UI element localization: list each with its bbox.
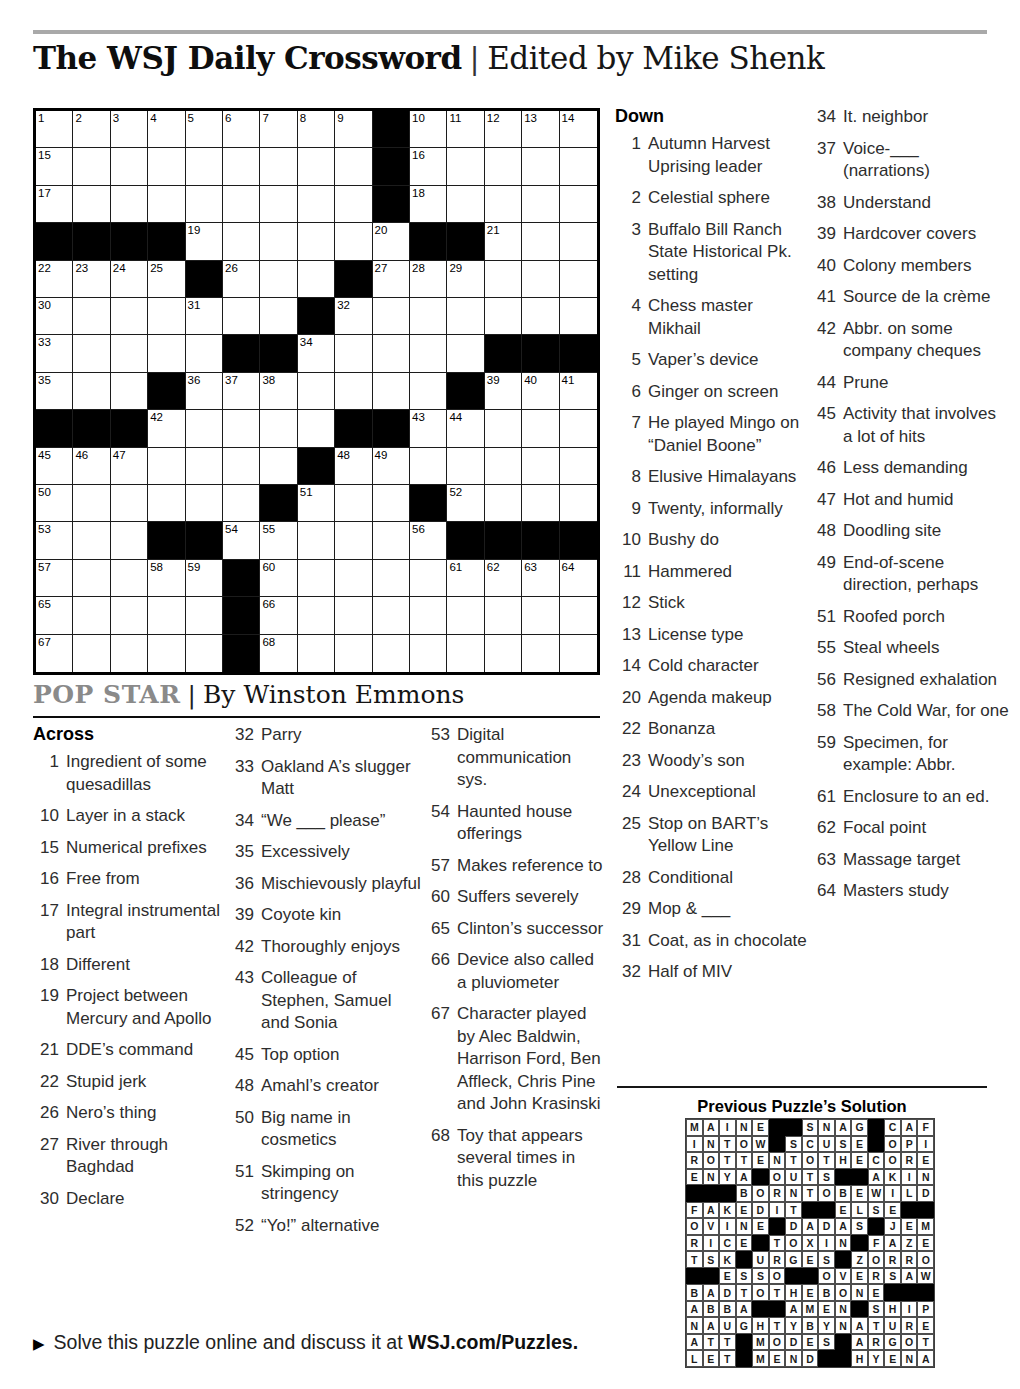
black-square bbox=[148, 373, 185, 410]
cell-number: 2 bbox=[75, 112, 81, 124]
grid-cell[interactable]: 25 bbox=[148, 261, 185, 298]
solution-letter-cell: T bbox=[719, 1334, 736, 1351]
clue-number: 62 bbox=[810, 817, 843, 840]
grid-cell[interactable]: 40 bbox=[522, 373, 559, 410]
grid-cell[interactable] bbox=[447, 635, 484, 672]
clue-number: 54 bbox=[424, 801, 457, 846]
cell-number: 35 bbox=[38, 374, 51, 386]
grid-cell[interactable] bbox=[223, 148, 260, 185]
grid-cell[interactable] bbox=[111, 635, 148, 672]
grid-cell[interactable]: 53 bbox=[36, 522, 73, 559]
grid-cell[interactable] bbox=[73, 485, 110, 522]
solution-letter-cell: O bbox=[884, 1136, 901, 1153]
grid-cell[interactable] bbox=[485, 597, 522, 634]
grid-cell[interactable]: 20 bbox=[373, 223, 410, 260]
grid-cell[interactable]: 14 bbox=[560, 111, 597, 148]
grid-cell[interactable] bbox=[223, 186, 260, 223]
grid-cell[interactable] bbox=[186, 335, 223, 372]
solution-black-square bbox=[802, 1202, 819, 1219]
grid-cell[interactable] bbox=[111, 186, 148, 223]
grid-cell[interactable]: 12 bbox=[485, 111, 522, 148]
solution-letter-cell: U bbox=[785, 1169, 802, 1186]
solution-letter-cell: B bbox=[703, 1301, 720, 1318]
solution-letter-cell: C bbox=[802, 1136, 819, 1153]
puzzle-byline: POP STAR|By Winston Emmons bbox=[33, 680, 464, 709]
solution-black-square bbox=[851, 1169, 868, 1186]
grid-cell[interactable]: 18 bbox=[410, 186, 447, 223]
grid-cell[interactable]: 68 bbox=[260, 635, 297, 672]
solution-letter-cell: X bbox=[802, 1235, 819, 1252]
black-square bbox=[148, 522, 185, 559]
grid-cell[interactable] bbox=[298, 522, 335, 559]
grid-cell[interactable] bbox=[560, 485, 597, 522]
grid-cell[interactable] bbox=[373, 522, 410, 559]
grid-cell[interactable] bbox=[260, 261, 297, 298]
grid-cell[interactable] bbox=[522, 223, 559, 260]
grid-cell[interactable]: 38 bbox=[260, 373, 297, 410]
grid-cell[interactable]: 62 bbox=[485, 560, 522, 597]
solution-letter-cell: B bbox=[736, 1185, 753, 1202]
across-heading: Across bbox=[33, 724, 226, 744]
grid-cell[interactable] bbox=[373, 560, 410, 597]
puzzle-title: POP STAR bbox=[33, 680, 181, 709]
clue-number: 52 bbox=[228, 1215, 261, 1238]
grid-cell[interactable] bbox=[223, 298, 260, 335]
grid-cell[interactable] bbox=[560, 635, 597, 672]
cell-number: 33 bbox=[38, 336, 51, 348]
cell-number: 7 bbox=[262, 112, 268, 124]
solution-letter-cell: G bbox=[851, 1119, 868, 1136]
grid-cell[interactable] bbox=[223, 223, 260, 260]
grid-cell[interactable] bbox=[522, 186, 559, 223]
solution-letter-cell: B bbox=[686, 1284, 703, 1301]
grid-cell[interactable]: 54 bbox=[223, 522, 260, 559]
grid-cell[interactable] bbox=[148, 635, 185, 672]
byline-rule bbox=[33, 716, 600, 718]
cell-number: 10 bbox=[412, 112, 425, 124]
grid-cell[interactable] bbox=[335, 373, 372, 410]
solution-letter-cell: S bbox=[818, 1334, 835, 1351]
grid-cell[interactable] bbox=[410, 298, 447, 335]
grid-cell[interactable] bbox=[186, 186, 223, 223]
solution-letter-cell: D bbox=[818, 1218, 835, 1235]
grid-cell[interactable]: 17 bbox=[36, 186, 73, 223]
grid-cell[interactable] bbox=[560, 148, 597, 185]
grid-cell[interactable]: 46 bbox=[73, 448, 110, 485]
grid-cell[interactable]: 35 bbox=[36, 373, 73, 410]
grid-cell[interactable] bbox=[522, 448, 559, 485]
grid-cell[interactable] bbox=[223, 485, 260, 522]
grid-cell[interactable] bbox=[298, 148, 335, 185]
clue-text: Activity that involves a lot of hits bbox=[843, 403, 1010, 448]
grid-cell[interactable]: 11 bbox=[447, 111, 484, 148]
grid-cell[interactable]: 64 bbox=[560, 560, 597, 597]
grid-cell[interactable]: 61 bbox=[447, 560, 484, 597]
grid-cell[interactable] bbox=[447, 186, 484, 223]
grid-cell[interactable]: 32 bbox=[335, 298, 372, 335]
grid-cell[interactable] bbox=[410, 597, 447, 634]
grid-cell[interactable] bbox=[186, 410, 223, 447]
grid-cell[interactable] bbox=[447, 148, 484, 185]
grid-cell[interactable] bbox=[335, 223, 372, 260]
clue-text: Buffalo Bill Ranch State Historical Pk. … bbox=[648, 219, 808, 287]
grid-cell[interactable]: 48 bbox=[335, 448, 372, 485]
grid-cell[interactable]: 60 bbox=[260, 560, 297, 597]
grid-cell[interactable] bbox=[485, 410, 522, 447]
clue-number: 46 bbox=[810, 457, 843, 480]
grid-cell[interactable] bbox=[335, 597, 372, 634]
cell-number: 47 bbox=[113, 449, 126, 461]
grid-cell[interactable] bbox=[410, 335, 447, 372]
grid-cell[interactable] bbox=[73, 597, 110, 634]
grid-cell[interactable] bbox=[373, 298, 410, 335]
grid-cell[interactable] bbox=[485, 148, 522, 185]
grid-cell[interactable] bbox=[298, 373, 335, 410]
wsj-puzzles-link[interactable]: WSJ.com/Puzzles. bbox=[408, 1331, 578, 1353]
grid-cell[interactable] bbox=[186, 485, 223, 522]
clue-number: 29 bbox=[615, 898, 648, 921]
grid-cell[interactable] bbox=[260, 148, 297, 185]
grid-cell[interactable]: 57 bbox=[36, 560, 73, 597]
grid-cell[interactable]: 22 bbox=[36, 261, 73, 298]
grid-cell[interactable] bbox=[522, 635, 559, 672]
grid-cell[interactable] bbox=[447, 298, 484, 335]
grid-cell[interactable]: 26 bbox=[223, 261, 260, 298]
cell-number: 17 bbox=[38, 187, 51, 199]
grid-cell[interactable]: 2 bbox=[73, 111, 110, 148]
cell-number: 36 bbox=[188, 374, 201, 386]
grid-cell[interactable]: 43 bbox=[410, 410, 447, 447]
grid-cell[interactable] bbox=[298, 186, 335, 223]
grid-cell[interactable]: 16 bbox=[410, 148, 447, 185]
grid-cell[interactable] bbox=[560, 298, 597, 335]
grid-cell[interactable]: 8 bbox=[298, 111, 335, 148]
solution-letter-cell: E bbox=[818, 1301, 835, 1318]
grid-cell[interactable] bbox=[560, 597, 597, 634]
grid-cell[interactable] bbox=[522, 485, 559, 522]
grid-cell[interactable] bbox=[260, 410, 297, 447]
grid-cell[interactable] bbox=[335, 635, 372, 672]
grid-cell[interactable]: 28 bbox=[410, 261, 447, 298]
solution-black-square bbox=[802, 1268, 819, 1285]
clue-number: 22 bbox=[33, 1071, 66, 1094]
grid-cell[interactable]: 13 bbox=[522, 111, 559, 148]
grid-cell[interactable] bbox=[148, 448, 185, 485]
grid-cell[interactable] bbox=[298, 635, 335, 672]
clue-number: 58 bbox=[810, 700, 843, 723]
grid-cell[interactable] bbox=[111, 373, 148, 410]
grid-cell[interactable] bbox=[298, 597, 335, 634]
grid-cell[interactable] bbox=[298, 261, 335, 298]
page-title: The WSJ Daily Crossword|Edited by Mike S… bbox=[33, 40, 824, 76]
grid-cell[interactable] bbox=[186, 597, 223, 634]
grid-cell[interactable] bbox=[111, 522, 148, 559]
grid-cell[interactable] bbox=[522, 597, 559, 634]
clue-number: 35 bbox=[228, 841, 261, 864]
grid-cell[interactable]: 66 bbox=[260, 597, 297, 634]
grid-cell[interactable] bbox=[260, 223, 297, 260]
grid-cell[interactable] bbox=[73, 560, 110, 597]
clue-number: 5 bbox=[615, 349, 648, 372]
grid-cell[interactable]: 7 bbox=[260, 111, 297, 148]
clue-number: 13 bbox=[615, 624, 648, 647]
clue-number: 47 bbox=[810, 489, 843, 512]
clue-number: 32 bbox=[615, 961, 648, 984]
solution-letter-cell: E bbox=[917, 1152, 934, 1169]
solution-letter-cell: O bbox=[686, 1218, 703, 1235]
grid-cell[interactable] bbox=[148, 186, 185, 223]
grid-cell[interactable] bbox=[186, 148, 223, 185]
grid-cell[interactable] bbox=[298, 410, 335, 447]
grid-cell[interactable] bbox=[111, 485, 148, 522]
grid-cell[interactable]: 6 bbox=[223, 111, 260, 148]
grid-cell[interactable]: 63 bbox=[522, 560, 559, 597]
grid-cell[interactable] bbox=[373, 373, 410, 410]
grid-cell[interactable] bbox=[260, 448, 297, 485]
grid-cell[interactable]: 24 bbox=[111, 261, 148, 298]
clue-text: Skimping on stringency bbox=[261, 1161, 421, 1206]
grid-cell[interactable]: 10 bbox=[410, 111, 447, 148]
grid-cell[interactable] bbox=[447, 335, 484, 372]
grid-cell[interactable] bbox=[73, 186, 110, 223]
solution-letter-cell: P bbox=[901, 1136, 918, 1153]
grid-cell[interactable] bbox=[223, 410, 260, 447]
cell-number: 66 bbox=[262, 598, 275, 610]
cell-number: 32 bbox=[337, 299, 350, 311]
solution-letter-cell: E bbox=[851, 1136, 868, 1153]
grid-cell[interactable] bbox=[111, 148, 148, 185]
grid-cell[interactable] bbox=[373, 597, 410, 634]
clue-text: Layer in a stack bbox=[66, 805, 226, 828]
grid-cell[interactable]: 44 bbox=[447, 410, 484, 447]
grid-cell[interactable] bbox=[522, 410, 559, 447]
solution-letter-cell: O bbox=[785, 1235, 802, 1252]
grid-cell[interactable] bbox=[485, 485, 522, 522]
clue-text: Enclosure to an ed. bbox=[843, 786, 1010, 809]
grid-cell[interactable]: 27 bbox=[373, 261, 410, 298]
grid-cell[interactable] bbox=[298, 223, 335, 260]
grid-cell[interactable] bbox=[223, 448, 260, 485]
clue-number: 34 bbox=[810, 106, 843, 129]
grid-cell[interactable] bbox=[111, 560, 148, 597]
solution-black-square bbox=[752, 1301, 769, 1318]
grid-cell[interactable] bbox=[73, 148, 110, 185]
grid-cell[interactable] bbox=[335, 522, 372, 559]
grid-cell[interactable]: 19 bbox=[186, 223, 223, 260]
grid-cell[interactable]: 15 bbox=[36, 148, 73, 185]
grid-cell[interactable] bbox=[73, 373, 110, 410]
black-square bbox=[373, 111, 410, 148]
solution-letter-cell: R bbox=[769, 1251, 786, 1268]
clue: 48Amahl’s creator bbox=[228, 1075, 421, 1098]
solution-letter-cell: C bbox=[719, 1235, 736, 1252]
grid-cell[interactable]: 9 bbox=[335, 111, 372, 148]
clue: 47Hot and humid bbox=[810, 489, 1010, 512]
grid-cell[interactable]: 65 bbox=[36, 597, 73, 634]
grid-cell[interactable] bbox=[73, 335, 110, 372]
grid-cell[interactable] bbox=[485, 261, 522, 298]
grid-cell[interactable]: 45 bbox=[36, 448, 73, 485]
puzzle-author: By Winston Emmons bbox=[203, 680, 464, 709]
solution-letter-cell: N bbox=[686, 1317, 703, 1334]
grid-cell[interactable]: 3 bbox=[111, 111, 148, 148]
solution-letter-cell: S bbox=[835, 1136, 852, 1153]
clue-number: 28 bbox=[615, 867, 648, 890]
grid-cell[interactable] bbox=[186, 635, 223, 672]
clue-text: License type bbox=[648, 624, 808, 647]
grid-cell[interactable]: 36 bbox=[186, 373, 223, 410]
down-clue-list-1: 1Autumn Harvest Uprising leader2Celestia… bbox=[615, 133, 808, 984]
clue: 40Colony members bbox=[810, 255, 1010, 278]
grid-cell[interactable]: 49 bbox=[373, 448, 410, 485]
solution-letter-cell: Y bbox=[719, 1169, 736, 1186]
grid-cell[interactable]: 58 bbox=[148, 560, 185, 597]
cell-number: 64 bbox=[562, 561, 575, 573]
clue-number: 42 bbox=[810, 318, 843, 363]
grid-cell[interactable]: 31 bbox=[186, 298, 223, 335]
grid-cell[interactable]: 33 bbox=[36, 335, 73, 372]
grid-cell[interactable] bbox=[560, 261, 597, 298]
black-square bbox=[36, 410, 73, 447]
clue-text: Masters study bbox=[843, 880, 1010, 903]
grid-cell[interactable]: 51 bbox=[298, 485, 335, 522]
grid-cell[interactable]: 56 bbox=[410, 522, 447, 559]
grid-cell[interactable]: 55 bbox=[260, 522, 297, 559]
grid-cell[interactable] bbox=[335, 148, 372, 185]
clue-text: Prune bbox=[843, 372, 1010, 395]
clue: 7He played Mingo on “Daniel Boone” bbox=[615, 412, 808, 457]
across-column-1: Across 1Ingredient of some quesadillas10… bbox=[33, 724, 226, 1219]
solution-black-square bbox=[835, 1169, 852, 1186]
solution-letter-cell: E bbox=[901, 1218, 918, 1235]
grid-cell[interactable] bbox=[335, 335, 372, 372]
clue: 35Excessively bbox=[228, 841, 421, 864]
grid-cell[interactable]: 4 bbox=[148, 111, 185, 148]
grid-cell[interactable] bbox=[335, 485, 372, 522]
grid-cell[interactable]: 29 bbox=[447, 261, 484, 298]
solution-black-square bbox=[835, 1334, 852, 1351]
grid-cell[interactable] bbox=[148, 597, 185, 634]
grid-cell[interactable]: 41 bbox=[560, 373, 597, 410]
solution-rule bbox=[617, 1086, 987, 1088]
grid-cell[interactable] bbox=[373, 635, 410, 672]
grid-cell[interactable]: 37 bbox=[223, 373, 260, 410]
grid-cell[interactable]: 5 bbox=[186, 111, 223, 148]
solution-letter-cell: T bbox=[917, 1334, 934, 1351]
cell-number: 57 bbox=[38, 561, 51, 573]
grid-cell[interactable] bbox=[148, 335, 185, 372]
cell-number: 6 bbox=[225, 112, 231, 124]
clue-number: 44 bbox=[810, 372, 843, 395]
grid-cell[interactable]: 23 bbox=[73, 261, 110, 298]
solution-letter-cell: O bbox=[868, 1251, 885, 1268]
grid-cell[interactable] bbox=[485, 448, 522, 485]
grid-cell[interactable] bbox=[373, 485, 410, 522]
grid-cell[interactable] bbox=[186, 448, 223, 485]
grid-cell[interactable] bbox=[148, 148, 185, 185]
solution-letter-cell: G bbox=[884, 1334, 901, 1351]
cell-number: 5 bbox=[188, 112, 194, 124]
grid-cell[interactable] bbox=[260, 298, 297, 335]
grid-cell[interactable] bbox=[410, 448, 447, 485]
solution-letter-cell: M bbox=[752, 1350, 769, 1367]
grid-cell[interactable]: 52 bbox=[447, 485, 484, 522]
grid-cell[interactable] bbox=[298, 560, 335, 597]
grid-cell[interactable]: 59 bbox=[186, 560, 223, 597]
grid-cell[interactable] bbox=[373, 335, 410, 372]
solution-letter-cell: N bbox=[901, 1350, 918, 1367]
grid-cell[interactable] bbox=[111, 298, 148, 335]
solution-letter-cell: A bbox=[785, 1301, 802, 1318]
clue-number: 31 bbox=[615, 930, 648, 953]
grid-cell[interactable] bbox=[447, 597, 484, 634]
solution-letter-cell: T bbox=[785, 1152, 802, 1169]
clue-number: 27 bbox=[33, 1134, 66, 1179]
grid-cell[interactable]: 1 bbox=[36, 111, 73, 148]
grid-cell[interactable] bbox=[485, 635, 522, 672]
grid-cell[interactable] bbox=[335, 186, 372, 223]
grid-cell[interactable] bbox=[522, 298, 559, 335]
grid-cell[interactable] bbox=[447, 448, 484, 485]
clue-text: Nero’s thing bbox=[66, 1102, 226, 1125]
clue-text: Suffers severely bbox=[457, 886, 604, 909]
grid-cell[interactable]: 30 bbox=[36, 298, 73, 335]
solution-letter-cell: M bbox=[917, 1218, 934, 1235]
grid-cell[interactable] bbox=[148, 298, 185, 335]
clue-number: 38 bbox=[810, 192, 843, 215]
grid-cell[interactable] bbox=[260, 186, 297, 223]
grid-cell[interactable]: 34 bbox=[298, 335, 335, 372]
grid-cell[interactable] bbox=[410, 373, 447, 410]
grid-cell[interactable] bbox=[485, 298, 522, 335]
grid-cell[interactable] bbox=[560, 448, 597, 485]
grid-cell[interactable] bbox=[410, 635, 447, 672]
grid-cell[interactable] bbox=[73, 635, 110, 672]
solution-letter-cell: E bbox=[752, 1119, 769, 1136]
cell-number: 49 bbox=[375, 449, 388, 461]
grid-cell[interactable] bbox=[560, 223, 597, 260]
grid-cell[interactable]: 42 bbox=[148, 410, 185, 447]
solution-black-square bbox=[901, 1284, 918, 1301]
black-square bbox=[522, 335, 559, 372]
cell-number: 42 bbox=[150, 411, 163, 423]
grid-cell[interactable] bbox=[148, 485, 185, 522]
grid-cell[interactable] bbox=[485, 186, 522, 223]
clue-number: 45 bbox=[228, 1044, 261, 1067]
solution-letter-cell: R bbox=[769, 1185, 786, 1202]
wsj-crossword-page: The WSJ Daily Crossword|Edited by Mike S… bbox=[0, 0, 1020, 1389]
grid-cell[interactable] bbox=[560, 410, 597, 447]
grid-cell[interactable] bbox=[111, 335, 148, 372]
grid-cell[interactable] bbox=[111, 597, 148, 634]
clue-text: Coat, as in chocolate bbox=[648, 930, 808, 953]
grid-cell[interactable] bbox=[335, 560, 372, 597]
grid-cell[interactable]: 50 bbox=[36, 485, 73, 522]
grid-cell[interactable] bbox=[73, 298, 110, 335]
grid-cell[interactable]: 39 bbox=[485, 373, 522, 410]
grid-cell[interactable] bbox=[410, 560, 447, 597]
grid-cell[interactable] bbox=[522, 148, 559, 185]
grid-cell[interactable] bbox=[73, 522, 110, 559]
grid-cell[interactable] bbox=[560, 186, 597, 223]
grid-cell[interactable] bbox=[522, 261, 559, 298]
clue: 4Chess master Mikhail bbox=[615, 295, 808, 340]
grid-cell[interactable]: 21 bbox=[485, 223, 522, 260]
grid-cell[interactable]: 67 bbox=[36, 635, 73, 672]
grid-cell[interactable]: 47 bbox=[111, 448, 148, 485]
clue-number: 7 bbox=[615, 412, 648, 457]
clue: 14Cold character bbox=[615, 655, 808, 678]
